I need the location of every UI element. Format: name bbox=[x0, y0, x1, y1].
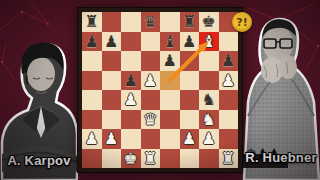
square-h2[interactable] bbox=[219, 129, 239, 149]
square-e4[interactable] bbox=[160, 90, 180, 110]
square-c6[interactable] bbox=[121, 51, 141, 71]
black-player-name: R. Huebner bbox=[242, 150, 320, 165]
piece-black-p: ♟ bbox=[221, 51, 235, 71]
piece-black-p: ♟ bbox=[163, 51, 177, 71]
square-c8[interactable] bbox=[121, 12, 141, 32]
piece-white-q: ♛ bbox=[143, 110, 157, 130]
piece-white-p: ♟ bbox=[143, 71, 157, 91]
square-c4[interactable]: ♟ bbox=[121, 90, 141, 110]
chess-board: ♜♛♜♚♟♟♝♟♝♟♟♟♟♟♟♞♛♞♟♟♟♟♚♜♜ bbox=[78, 8, 242, 172]
square-c7[interactable] bbox=[121, 32, 141, 52]
square-b4[interactable] bbox=[102, 90, 122, 110]
square-e7[interactable]: ♝ bbox=[160, 32, 180, 52]
piece-black-r: ♜ bbox=[182, 12, 196, 32]
piece-black-k: ♚ bbox=[202, 12, 216, 32]
square-f5[interactable] bbox=[180, 71, 200, 91]
white-player-name: A. Karpov bbox=[0, 153, 78, 168]
square-g6[interactable] bbox=[199, 51, 219, 71]
square-h1[interactable]: ♜ bbox=[219, 149, 239, 169]
square-g7[interactable]: ♝ bbox=[199, 32, 219, 52]
piece-black-b: ♝ bbox=[163, 32, 177, 52]
piece-white-r: ♜ bbox=[143, 149, 157, 169]
square-b6[interactable] bbox=[102, 51, 122, 71]
square-g2[interactable]: ♟ bbox=[199, 129, 219, 149]
square-h5[interactable]: ♟ bbox=[219, 71, 239, 91]
piece-white-p: ♟ bbox=[85, 129, 99, 149]
square-a7[interactable]: ♟ bbox=[82, 32, 102, 52]
square-g4[interactable]: ♞ bbox=[199, 90, 219, 110]
square-b5[interactable] bbox=[102, 71, 122, 91]
piece-white-p: ♟ bbox=[104, 129, 118, 149]
piece-black-p: ♟ bbox=[124, 71, 138, 91]
square-g5[interactable] bbox=[199, 71, 219, 91]
piece-black-p: ♟ bbox=[182, 32, 196, 52]
square-e6[interactable]: ♟ bbox=[160, 51, 180, 71]
square-e1[interactable] bbox=[160, 149, 180, 169]
square-d3[interactable]: ♛ bbox=[141, 110, 161, 130]
square-f7[interactable]: ♟ bbox=[180, 32, 200, 52]
piece-white-r: ♜ bbox=[221, 149, 235, 169]
square-c1[interactable]: ♚ bbox=[121, 149, 141, 169]
square-d1[interactable]: ♜ bbox=[141, 149, 161, 169]
square-d6[interactable] bbox=[141, 51, 161, 71]
piece-white-n: ♞ bbox=[202, 110, 216, 130]
square-f1[interactable] bbox=[180, 149, 200, 169]
square-d2[interactable] bbox=[141, 129, 161, 149]
square-h3[interactable] bbox=[219, 110, 239, 130]
square-e5[interactable] bbox=[160, 71, 180, 91]
square-f2[interactable]: ♟ bbox=[180, 129, 200, 149]
square-h4[interactable] bbox=[219, 90, 239, 110]
piece-black-p: ♟ bbox=[104, 32, 118, 52]
square-g1[interactable] bbox=[199, 149, 219, 169]
piece-white-p: ♟ bbox=[182, 129, 196, 149]
square-a3[interactable] bbox=[82, 110, 102, 130]
square-e3[interactable] bbox=[160, 110, 180, 130]
square-d8[interactable]: ♛ bbox=[141, 12, 161, 32]
piece-black-r: ♜ bbox=[85, 12, 99, 32]
square-g8[interactable]: ♚ bbox=[199, 12, 219, 32]
square-f4[interactable] bbox=[180, 90, 200, 110]
square-f6[interactable] bbox=[180, 51, 200, 71]
piece-white-p: ♟ bbox=[124, 90, 138, 110]
square-b1[interactable] bbox=[102, 149, 122, 169]
move-annotation-badge: ?! bbox=[232, 12, 252, 32]
square-a6[interactable] bbox=[82, 51, 102, 71]
square-a5[interactable] bbox=[82, 71, 102, 91]
piece-black-p: ♟ bbox=[85, 32, 99, 52]
square-a4[interactable] bbox=[82, 90, 102, 110]
square-e8[interactable] bbox=[160, 12, 180, 32]
square-a1[interactable] bbox=[82, 149, 102, 169]
square-b3[interactable] bbox=[102, 110, 122, 130]
square-b8[interactable] bbox=[102, 12, 122, 32]
square-d7[interactable] bbox=[141, 32, 161, 52]
piece-black-q: ♛ bbox=[143, 12, 157, 32]
square-b7[interactable]: ♟ bbox=[102, 32, 122, 52]
piece-white-k: ♚ bbox=[124, 149, 138, 169]
square-c5[interactable]: ♟ bbox=[121, 71, 141, 91]
square-d5[interactable]: ♟ bbox=[141, 71, 161, 91]
square-h6[interactable]: ♟ bbox=[219, 51, 239, 71]
piece-white-p: ♟ bbox=[221, 71, 235, 91]
square-e2[interactable] bbox=[160, 129, 180, 149]
square-c3[interactable] bbox=[121, 110, 141, 130]
square-a2[interactable]: ♟ bbox=[82, 129, 102, 149]
piece-black-n: ♞ bbox=[202, 90, 216, 110]
square-b2[interactable]: ♟ bbox=[102, 129, 122, 149]
board-grid: ♜♛♜♚♟♟♝♟♝♟♟♟♟♟♟♞♛♞♟♟♟♟♚♜♜ bbox=[82, 12, 238, 168]
square-d4[interactable] bbox=[141, 90, 161, 110]
square-f3[interactable] bbox=[180, 110, 200, 130]
square-c2[interactable] bbox=[121, 129, 141, 149]
square-h7[interactable] bbox=[219, 32, 239, 52]
square-f8[interactable]: ♜ bbox=[180, 12, 200, 32]
square-a8[interactable]: ♜ bbox=[82, 12, 102, 32]
piece-white-p: ♟ bbox=[202, 129, 216, 149]
piece-white-b: ♝ bbox=[202, 32, 216, 52]
square-g3[interactable]: ♞ bbox=[199, 110, 219, 130]
